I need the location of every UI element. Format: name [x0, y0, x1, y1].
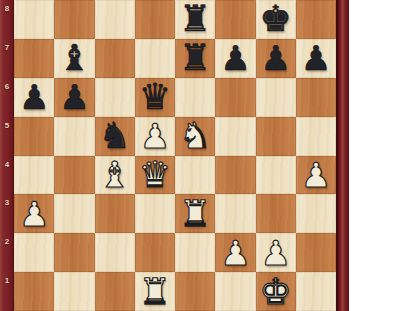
chess-board: ♜♚♝♜♟♟♟♟♟♛♞♟♞♝♛♟♟♜♟♟♜♚ — [14, 0, 336, 311]
white-bishop-c4: ♝ — [98, 156, 130, 194]
square-e8: ♜ — [175, 0, 215, 39]
square-d1: ♜ — [135, 272, 175, 311]
white-knight-e5: ♞ — [179, 117, 211, 155]
square-b5 — [54, 117, 94, 156]
black-pawn-b6: ♟ — [59, 78, 89, 116]
square-g8: ♚ — [256, 0, 296, 39]
square-c4: ♝ — [95, 156, 135, 195]
white-pawn-h4: ♟ — [301, 156, 331, 194]
square-c2 — [95, 233, 135, 272]
white-queen-d4: ♛ — [139, 156, 171, 194]
square-e7: ♜ — [175, 39, 215, 78]
black-rook-e8: ♜ — [179, 0, 211, 38]
square-h1 — [296, 272, 336, 311]
black-pawn-g7: ♟ — [260, 39, 290, 77]
square-c3 — [95, 194, 135, 233]
square-f2: ♟ — [215, 233, 255, 272]
square-d7 — [135, 39, 175, 78]
rank-label-2: 2 — [0, 233, 14, 272]
square-a5 — [14, 117, 54, 156]
white-king-g1: ♚ — [259, 273, 291, 311]
square-b2 — [54, 233, 94, 272]
square-e1 — [175, 272, 215, 311]
rank-label-8: 8 — [0, 0, 14, 39]
black-pawn-f7: ♟ — [220, 39, 250, 77]
square-d3 — [135, 194, 175, 233]
square-g6 — [256, 78, 296, 117]
white-pawn-f2: ♟ — [220, 234, 250, 272]
square-a4 — [14, 156, 54, 195]
rank-label-3: 3 — [0, 194, 14, 233]
square-g3 — [256, 194, 296, 233]
square-a8 — [14, 0, 54, 39]
square-h6 — [296, 78, 336, 117]
black-knight-c5: ♞ — [98, 117, 130, 155]
square-g5 — [256, 117, 296, 156]
square-c7 — [95, 39, 135, 78]
white-rook-d1: ♜ — [139, 273, 171, 311]
square-h5 — [296, 117, 336, 156]
square-h2 — [296, 233, 336, 272]
black-rook-e7: ♜ — [179, 39, 211, 77]
square-a6: ♟ — [14, 78, 54, 117]
square-b8 — [54, 0, 94, 39]
square-h8 — [296, 0, 336, 39]
square-c5: ♞ — [95, 117, 135, 156]
square-f7: ♟ — [215, 39, 255, 78]
white-rook-e3: ♜ — [179, 195, 211, 233]
white-pawn-a3: ♟ — [19, 195, 49, 233]
black-king-g8: ♚ — [259, 0, 291, 38]
square-e4 — [175, 156, 215, 195]
square-a2 — [14, 233, 54, 272]
square-g4 — [256, 156, 296, 195]
square-f6 — [215, 78, 255, 117]
black-queen-d6: ♛ — [139, 78, 171, 116]
rank-label-4: 4 — [0, 156, 14, 195]
rank-label-7: 7 — [0, 39, 14, 78]
square-f8 — [215, 0, 255, 39]
square-b4 — [54, 156, 94, 195]
square-f5 — [215, 117, 255, 156]
square-e3: ♜ — [175, 194, 215, 233]
square-c8 — [95, 0, 135, 39]
square-e5: ♞ — [175, 117, 215, 156]
square-a1 — [14, 272, 54, 311]
square-b7: ♝ — [54, 39, 94, 78]
rank-label-6: 6 — [0, 78, 14, 117]
square-g2: ♟ — [256, 233, 296, 272]
square-h4: ♟ — [296, 156, 336, 195]
white-pawn-g2: ♟ — [260, 234, 290, 272]
chess-diagram: 87654321 ♜♚♝♜♟♟♟♟♟♛♞♟♞♝♛♟♟♜♟♟♜♚ — [0, 0, 414, 311]
rank-label-5: 5 — [0, 117, 14, 156]
black-pawn-h7: ♟ — [301, 39, 331, 77]
square-d5: ♟ — [135, 117, 175, 156]
board-frame-right — [336, 0, 349, 311]
square-g1: ♚ — [256, 272, 296, 311]
square-f4 — [215, 156, 255, 195]
square-c6 — [95, 78, 135, 117]
square-d8 — [135, 0, 175, 39]
square-g7: ♟ — [256, 39, 296, 78]
black-pawn-a6: ♟ — [19, 78, 49, 116]
square-e6 — [175, 78, 215, 117]
rank-label-1: 1 — [0, 272, 14, 311]
square-f1 — [215, 272, 255, 311]
board-frame-left: 87654321 — [0, 0, 14, 311]
black-bishop-b7: ♝ — [58, 39, 90, 77]
square-d2 — [135, 233, 175, 272]
square-a7 — [14, 39, 54, 78]
square-b1 — [54, 272, 94, 311]
square-a3: ♟ — [14, 194, 54, 233]
square-d6: ♛ — [135, 78, 175, 117]
square-h3 — [296, 194, 336, 233]
white-pawn-d5: ♟ — [140, 117, 170, 155]
square-c1 — [95, 272, 135, 311]
square-b3 — [54, 194, 94, 233]
square-e2 — [175, 233, 215, 272]
square-f3 — [215, 194, 255, 233]
square-h7: ♟ — [296, 39, 336, 78]
square-b6: ♟ — [54, 78, 94, 117]
square-d4: ♛ — [135, 156, 175, 195]
